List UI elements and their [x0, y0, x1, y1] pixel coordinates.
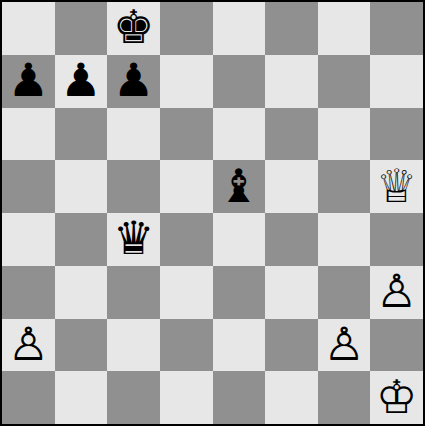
square-h3[interactable]: ♙	[370, 266, 423, 319]
square-h8[interactable]	[370, 2, 423, 55]
square-d2[interactable]	[160, 319, 213, 372]
square-b3[interactable]	[55, 266, 108, 319]
square-g3[interactable]	[318, 266, 371, 319]
piece-white-pawn-h3[interactable]: ♙	[376, 268, 417, 314]
square-g2[interactable]: ♙	[318, 319, 371, 372]
square-a7[interactable]: ♟	[2, 55, 55, 108]
square-b7[interactable]: ♟	[55, 55, 108, 108]
square-d4[interactable]	[160, 213, 213, 266]
square-g1[interactable]	[318, 371, 371, 424]
square-c5[interactable]	[107, 160, 160, 213]
square-g8[interactable]	[318, 2, 371, 55]
square-a1[interactable]	[2, 371, 55, 424]
square-d1[interactable]	[160, 371, 213, 424]
square-e8[interactable]	[213, 2, 266, 55]
square-e1[interactable]	[213, 371, 266, 424]
square-d3[interactable]	[160, 266, 213, 319]
square-f4[interactable]	[265, 213, 318, 266]
square-e7[interactable]	[213, 55, 266, 108]
square-h6[interactable]	[370, 108, 423, 161]
square-g7[interactable]	[318, 55, 371, 108]
square-e5[interactable]: ♝	[213, 160, 266, 213]
square-g5[interactable]	[318, 160, 371, 213]
piece-black-pawn-b7[interactable]: ♟	[60, 57, 101, 103]
square-f6[interactable]	[265, 108, 318, 161]
square-d5[interactable]	[160, 160, 213, 213]
piece-black-bishop-e5[interactable]: ♝	[218, 163, 259, 209]
square-b2[interactable]	[55, 319, 108, 372]
square-a4[interactable]	[2, 213, 55, 266]
piece-white-pawn-a2[interactable]: ♙	[8, 321, 49, 367]
square-f2[interactable]	[265, 319, 318, 372]
chess-board: ♚♟♟♟♝♕♛♙♙♙♔	[0, 0, 425, 426]
square-g4[interactable]	[318, 213, 371, 266]
square-f8[interactable]	[265, 2, 318, 55]
piece-black-pawn-c7[interactable]: ♟	[113, 57, 154, 103]
square-e2[interactable]	[213, 319, 266, 372]
square-h4[interactable]	[370, 213, 423, 266]
square-c2[interactable]	[107, 319, 160, 372]
square-e3[interactable]	[213, 266, 266, 319]
square-b4[interactable]	[55, 213, 108, 266]
piece-white-queen-h5[interactable]: ♕	[376, 163, 417, 209]
square-h1[interactable]: ♔	[370, 371, 423, 424]
square-c6[interactable]	[107, 108, 160, 161]
square-a3[interactable]	[2, 266, 55, 319]
square-a6[interactable]	[2, 108, 55, 161]
square-d6[interactable]	[160, 108, 213, 161]
piece-black-queen-c4[interactable]: ♛	[113, 215, 154, 261]
square-d7[interactable]	[160, 55, 213, 108]
square-c8[interactable]: ♚	[107, 2, 160, 55]
square-a8[interactable]	[2, 2, 55, 55]
square-e4[interactable]	[213, 213, 266, 266]
square-d8[interactable]	[160, 2, 213, 55]
square-f5[interactable]	[265, 160, 318, 213]
square-b1[interactable]	[55, 371, 108, 424]
square-a5[interactable]	[2, 160, 55, 213]
square-h5[interactable]: ♕	[370, 160, 423, 213]
square-c3[interactable]	[107, 266, 160, 319]
piece-white-king-h1[interactable]: ♔	[376, 374, 417, 420]
square-c7[interactable]: ♟	[107, 55, 160, 108]
square-b5[interactable]	[55, 160, 108, 213]
piece-black-pawn-a7[interactable]: ♟	[8, 57, 49, 103]
square-f3[interactable]	[265, 266, 318, 319]
square-h7[interactable]	[370, 55, 423, 108]
piece-white-pawn-g2[interactable]: ♙	[323, 321, 364, 367]
square-b8[interactable]	[55, 2, 108, 55]
square-c1[interactable]	[107, 371, 160, 424]
square-g6[interactable]	[318, 108, 371, 161]
piece-black-king-c8[interactable]: ♚	[113, 4, 154, 50]
square-b6[interactable]	[55, 108, 108, 161]
square-c4[interactable]: ♛	[107, 213, 160, 266]
square-f1[interactable]	[265, 371, 318, 424]
square-h2[interactable]	[370, 319, 423, 372]
square-a2[interactable]: ♙	[2, 319, 55, 372]
square-f7[interactable]	[265, 55, 318, 108]
square-e6[interactable]	[213, 108, 266, 161]
